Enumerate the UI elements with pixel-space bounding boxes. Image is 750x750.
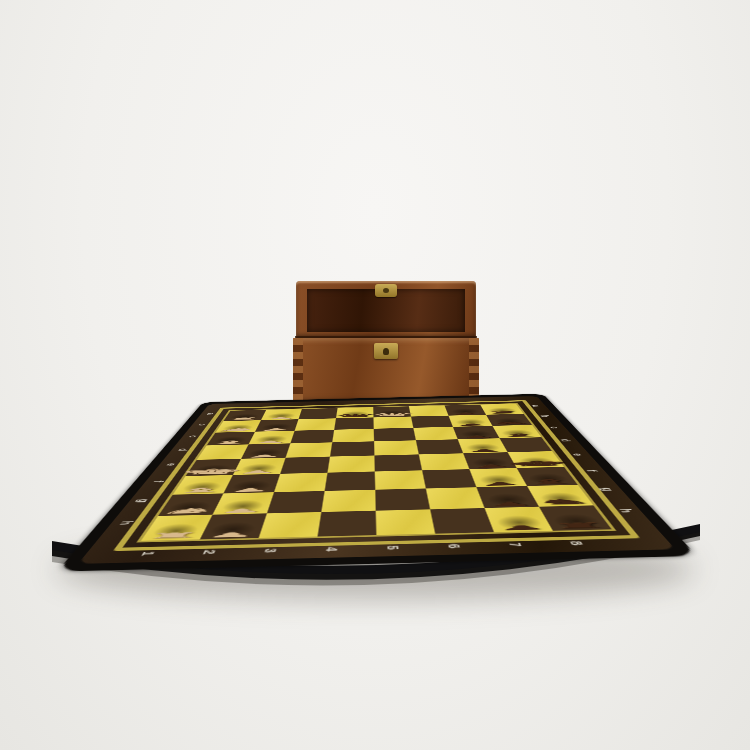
piece-shadow bbox=[228, 413, 260, 420]
piece-shadow bbox=[149, 523, 202, 539]
coordinate-label-6: 6 bbox=[440, 532, 469, 561]
bishop-glyph: ♝ bbox=[473, 432, 566, 438]
square-g6[interactable] bbox=[426, 487, 485, 509]
white-knight-g1[interactable]: ♞ bbox=[158, 493, 223, 516]
coordinate-label-a: a bbox=[200, 409, 221, 419]
coordinate-label-3: 3 bbox=[255, 537, 285, 566]
coordinate-label-g: g bbox=[590, 480, 625, 500]
knight-glyph: ♞ bbox=[467, 420, 555, 426]
piece-shadow bbox=[239, 463, 278, 474]
white-king-e1[interactable]: ♚ bbox=[186, 459, 242, 476]
piece-shadow bbox=[486, 407, 518, 414]
rook-glyph: ♜ bbox=[202, 416, 285, 421]
square-h7[interactable] bbox=[485, 507, 553, 532]
coordinate-label-c: c bbox=[181, 430, 205, 443]
square-f5[interactable] bbox=[375, 470, 426, 489]
bishop-glyph: ♝ bbox=[182, 439, 275, 446]
square-a1[interactable] bbox=[223, 410, 266, 421]
square-b4[interactable] bbox=[334, 417, 374, 429]
piece-shadow bbox=[208, 521, 258, 537]
black-pawn-e7[interactable]: ♟ bbox=[463, 452, 516, 469]
square-h1[interactable] bbox=[141, 515, 212, 541]
pawn-glyph: ♟ bbox=[205, 469, 309, 475]
white-bishop-f1[interactable]: ♝ bbox=[173, 475, 233, 495]
piece-shadow bbox=[254, 435, 288, 444]
coordinate-label-c: c bbox=[543, 422, 567, 434]
square-b3[interactable] bbox=[295, 418, 336, 430]
white-pawn-d2[interactable]: ♟ bbox=[241, 443, 290, 458]
square-f7[interactable] bbox=[469, 468, 527, 487]
piece-shadow bbox=[471, 458, 511, 469]
piece-shadow bbox=[465, 443, 502, 452]
white-bishop-c1[interactable]: ♝ bbox=[207, 432, 255, 446]
chessboard: 12345678aabbccddeeffgghh ♜♟♛♛♟♜♞♟♟♞♝♟♟♝♟… bbox=[57, 394, 697, 572]
board-tilt-container: 12345678aabbccddeeffgghh ♜♟♛♛♟♜♞♟♟♞♝♟♟♝♟… bbox=[0, 0, 750, 750]
piece-shadow bbox=[220, 499, 266, 513]
pawn-glyph: ♟ bbox=[166, 530, 295, 539]
white-rook-a1[interactable]: ♜ bbox=[223, 410, 266, 421]
pawn-glyph: ♟ bbox=[194, 486, 305, 493]
square-e4[interactable] bbox=[327, 455, 374, 472]
square-d3[interactable] bbox=[286, 442, 333, 457]
piece-shadow bbox=[341, 411, 369, 418]
piece-shadow bbox=[455, 418, 488, 426]
square-h2[interactable] bbox=[200, 513, 267, 539]
black-knight-g8[interactable]: ♞ bbox=[527, 485, 593, 507]
coordinate-label-4: 4 bbox=[319, 535, 344, 564]
white-knight-b1[interactable]: ♞ bbox=[216, 420, 261, 432]
piece-shadow bbox=[485, 493, 531, 507]
piece-shadow bbox=[230, 480, 272, 492]
coordinate-label-5: 5 bbox=[382, 534, 406, 563]
king-glyph: ♚ bbox=[158, 467, 264, 476]
black-pawn-d7[interactable]: ♟ bbox=[458, 438, 508, 453]
square-g8[interactable] bbox=[527, 485, 593, 507]
square-f8[interactable] bbox=[517, 467, 578, 486]
piece-shadow bbox=[180, 481, 224, 493]
piece-shadow bbox=[459, 430, 494, 438]
black-bishop-f8[interactable]: ♝ bbox=[517, 467, 578, 486]
black-king-e8[interactable]: ♚ bbox=[508, 451, 564, 468]
rook-glyph: ♜ bbox=[107, 531, 238, 541]
black-pawn-g7[interactable]: ♟ bbox=[476, 486, 539, 508]
square-d5[interactable] bbox=[374, 440, 419, 455]
piece-shadow bbox=[192, 464, 233, 475]
square-f1[interactable] bbox=[173, 475, 233, 495]
black-knight-b8[interactable]: ♞ bbox=[486, 414, 532, 426]
pawn-glyph: ♟ bbox=[232, 427, 319, 432]
pieces-layer: ♜♟♛♛♟♜♞♟♟♞♝♟♟♝♟♟♚♟♟♚♝♟♟♝♞♟♟♞♜♟♟♜ bbox=[141, 404, 612, 541]
square-d8[interactable] bbox=[500, 437, 552, 452]
square-h8[interactable] bbox=[539, 505, 612, 530]
square-g1[interactable] bbox=[158, 493, 223, 516]
white-rook-h1[interactable]: ♜ bbox=[141, 515, 212, 541]
white-pawn-e2[interactable]: ♟ bbox=[233, 458, 286, 475]
piece-shadow bbox=[221, 424, 255, 432]
square-b8[interactable] bbox=[486, 414, 532, 426]
square-a2[interactable] bbox=[261, 409, 302, 420]
square-g7[interactable] bbox=[476, 486, 539, 508]
black-rook-a8[interactable]: ♜ bbox=[480, 404, 523, 415]
knight-glyph: ♞ bbox=[193, 427, 280, 433]
square-f3[interactable] bbox=[274, 473, 327, 493]
square-e6[interactable] bbox=[419, 453, 470, 470]
coordinate-label-7: 7 bbox=[499, 531, 533, 560]
piece-shadow bbox=[526, 473, 571, 485]
pawn-glyph: ♟ bbox=[445, 480, 556, 487]
bishop-glyph: ♝ bbox=[494, 477, 607, 486]
bishop-glyph: ♝ bbox=[143, 486, 256, 495]
coordinate-label-1: 1 bbox=[127, 539, 167, 569]
coordinate-label-8: 8 bbox=[558, 529, 597, 558]
piece-shadow bbox=[260, 423, 292, 431]
frame-yellow-band bbox=[113, 400, 640, 551]
white-queen-a5[interactable]: ♛ bbox=[373, 406, 411, 417]
square-g2[interactable] bbox=[213, 492, 275, 514]
square-c3[interactable] bbox=[290, 430, 334, 444]
black-pawn-b7[interactable]: ♟ bbox=[448, 415, 492, 427]
coordinate-label-a: a bbox=[526, 401, 547, 411]
piece-shadow bbox=[247, 448, 284, 458]
coordinate-label-f: f bbox=[142, 472, 173, 490]
square-h6[interactable] bbox=[430, 508, 494, 534]
frame-yellow-pinline bbox=[136, 403, 616, 542]
coordinate-label-h: h bbox=[106, 511, 144, 535]
board-coordinates: 12345678aabbccddeeffgghh bbox=[209, 396, 537, 404]
pawn-glyph: ♟ bbox=[181, 507, 300, 515]
pawn-glyph: ♟ bbox=[429, 422, 516, 427]
black-pawn-f7[interactable]: ♟ bbox=[469, 468, 527, 487]
piece-shadow bbox=[266, 412, 297, 419]
coordinate-label-g: g bbox=[126, 490, 160, 511]
coordinate-label-e: e bbox=[157, 457, 185, 473]
square-g4[interactable] bbox=[321, 490, 375, 512]
coordinate-label-d: d bbox=[552, 434, 579, 448]
coordinate-label-e: e bbox=[564, 447, 593, 463]
board-grid bbox=[141, 404, 612, 541]
board-perspective: 12345678aabbccddeeffgghh ♜♟♛♛♟♜♞♟♟♞♝♟♟♝♟… bbox=[203, 394, 551, 742]
piece-shadow bbox=[378, 410, 407, 417]
piece-shadow bbox=[477, 474, 520, 486]
piece-shadow bbox=[493, 418, 527, 425]
coordinate-label-f: f bbox=[576, 462, 608, 480]
pawn-glyph: ♟ bbox=[426, 411, 508, 415]
white-pawn-a2[interactable]: ♟ bbox=[261, 409, 302, 420]
pawn-glyph: ♟ bbox=[432, 434, 524, 439]
black-rook-h8[interactable]: ♜ bbox=[539, 505, 612, 530]
square-a7[interactable] bbox=[445, 405, 486, 416]
piece-shadow bbox=[212, 436, 248, 445]
coordinate-label-b: b bbox=[191, 419, 213, 431]
black-bishop-c8[interactable]: ♝ bbox=[492, 425, 541, 438]
piece-shadow bbox=[166, 500, 214, 514]
square-d4[interactable] bbox=[330, 441, 374, 456]
piece-shadow bbox=[550, 513, 603, 529]
knight-glyph: ♞ bbox=[503, 497, 624, 507]
square-d6[interactable] bbox=[416, 439, 463, 454]
square-b7[interactable] bbox=[448, 415, 492, 427]
square-e3[interactable] bbox=[280, 457, 330, 474]
square-f2[interactable] bbox=[223, 474, 280, 494]
square-c2[interactable] bbox=[249, 431, 295, 445]
square-h3[interactable] bbox=[259, 512, 322, 538]
square-c7[interactable] bbox=[453, 426, 500, 439]
square-d2[interactable] bbox=[241, 443, 290, 458]
board-frame: 12345678aabbccddeeffgghh ♜♟♛♛♟♜♞♟♟♞♝♟♟♝♟… bbox=[78, 396, 676, 564]
pawn-glyph: ♟ bbox=[239, 416, 321, 420]
white-pawn-c2[interactable]: ♟ bbox=[249, 431, 295, 445]
black-pawn-a7[interactable]: ♟ bbox=[445, 405, 486, 416]
rook-glyph: ♜ bbox=[515, 521, 646, 531]
piece-shadow bbox=[537, 492, 586, 506]
king-glyph: ♚ bbox=[486, 459, 592, 468]
square-c1[interactable] bbox=[207, 432, 255, 446]
pawn-glyph: ♟ bbox=[215, 453, 312, 459]
piece-shadow bbox=[500, 429, 536, 437]
square-c6[interactable] bbox=[413, 427, 457, 441]
square-c8[interactable] bbox=[492, 425, 541, 438]
piece-shadow bbox=[494, 515, 545, 531]
square-e7[interactable] bbox=[463, 452, 516, 469]
coordinate-label-h: h bbox=[607, 499, 646, 523]
square-d7[interactable] bbox=[458, 438, 508, 453]
black-pawn-h7[interactable]: ♟ bbox=[485, 507, 553, 532]
pawn-glyph: ♟ bbox=[451, 500, 571, 508]
square-d1[interactable] bbox=[197, 444, 249, 459]
queen-glyph: ♛ bbox=[314, 412, 396, 418]
piece-shadow bbox=[450, 408, 481, 415]
square-b5[interactable] bbox=[373, 417, 413, 429]
square-f6[interactable] bbox=[422, 469, 476, 488]
pawn-glyph: ♟ bbox=[440, 463, 544, 469]
square-g3[interactable] bbox=[267, 491, 325, 513]
square-g5[interactable] bbox=[375, 488, 430, 510]
square-e2[interactable] bbox=[233, 458, 286, 475]
square-e1[interactable] bbox=[186, 459, 242, 476]
square-e8[interactable] bbox=[508, 451, 564, 468]
black-pawn-c7[interactable]: ♟ bbox=[453, 426, 500, 439]
pawn-glyph: ♟ bbox=[224, 439, 316, 444]
piece-shadow bbox=[516, 456, 558, 466]
white-pawn-g2[interactable]: ♟ bbox=[213, 492, 275, 514]
coordinate-label-b: b bbox=[534, 411, 557, 422]
square-b6[interactable] bbox=[411, 416, 453, 428]
white-pawn-h2[interactable]: ♟ bbox=[200, 513, 267, 539]
white-pawn-f2[interactable]: ♟ bbox=[223, 474, 280, 494]
square-b1[interactable] bbox=[216, 420, 261, 432]
pawn-glyph: ♟ bbox=[457, 523, 586, 532]
rook-glyph: ♜ bbox=[462, 410, 545, 415]
square-a8[interactable] bbox=[480, 404, 523, 415]
queen-glyph: ♛ bbox=[351, 412, 433, 418]
square-b2[interactable] bbox=[255, 419, 298, 431]
square-c4[interactable] bbox=[332, 429, 374, 443]
square-h4[interactable] bbox=[318, 511, 377, 537]
knight-glyph: ♞ bbox=[127, 506, 248, 516]
pawn-glyph: ♟ bbox=[436, 448, 533, 454]
square-e5[interactable] bbox=[374, 454, 422, 471]
white-pawn-b2[interactable]: ♟ bbox=[255, 419, 298, 431]
square-c5[interactable] bbox=[374, 428, 416, 442]
coordinate-label-2: 2 bbox=[191, 538, 226, 567]
coordinate-label-d: d bbox=[170, 443, 196, 457]
square-f4[interactable] bbox=[325, 471, 376, 490]
square-h5[interactable] bbox=[376, 509, 435, 535]
